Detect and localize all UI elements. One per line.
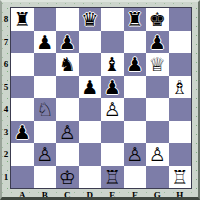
square-g2[interactable]: ♙ [146, 143, 169, 166]
square-a3[interactable]: ♟ [11, 121, 34, 144]
square-c7[interactable]: ♟ [56, 31, 79, 54]
square-g7[interactable]: ♟ [146, 31, 169, 54]
file-label-b: B [34, 189, 57, 200]
square-f4[interactable] [124, 98, 147, 121]
piece-white-knight[interactable]: ♘ [36, 98, 53, 121]
square-c1[interactable]: ♔ [56, 166, 79, 189]
piece-black-pawn[interactable]: ♟ [149, 31, 166, 54]
square-e7[interactable] [101, 31, 124, 54]
square-g5[interactable] [146, 76, 169, 99]
square-b2[interactable]: ♙ [34, 143, 57, 166]
square-h7[interactable] [169, 31, 192, 54]
piece-white-king[interactable]: ♔ [59, 166, 76, 189]
square-a8[interactable]: ♜ [11, 8, 34, 31]
square-c2[interactable] [56, 143, 79, 166]
piece-black-pawn[interactable]: ♟ [59, 31, 76, 54]
square-a4[interactable] [11, 98, 34, 121]
square-b4[interactable]: ♘ [34, 98, 57, 121]
square-b5[interactable] [34, 76, 57, 99]
square-d7[interactable] [79, 31, 102, 54]
piece-black-king[interactable]: ♚ [149, 8, 166, 31]
file-label-g: G [146, 189, 169, 200]
piece-black-bishop[interactable]: ♝ [104, 53, 121, 76]
square-c6[interactable]: ♞ [56, 53, 79, 76]
rank-label-3: 3 [2, 121, 10, 144]
piece-white-pawn[interactable]: ♙ [104, 98, 121, 121]
piece-black-pawn[interactable]: ♟ [126, 53, 143, 76]
square-a5[interactable] [11, 76, 34, 99]
rank-label-1: 1 [2, 166, 10, 189]
piece-black-knight[interactable]: ♞ [59, 53, 76, 76]
piece-black-rook[interactable]: ♜ [14, 8, 31, 31]
file-label-h: H [169, 189, 192, 200]
piece-white-pawn[interactable]: ♙ [149, 143, 166, 166]
square-h8[interactable] [169, 8, 192, 31]
piece-white-bishop[interactable]: ♗ [171, 76, 188, 99]
square-g8[interactable]: ♚ [146, 8, 169, 31]
square-f8[interactable]: ♜ [124, 8, 147, 31]
square-e5[interactable]: ♟ [101, 76, 124, 99]
rank-label-6: 6 [2, 53, 10, 76]
square-g4[interactable] [146, 98, 169, 121]
piece-black-queen[interactable]: ♛ [81, 8, 98, 31]
square-b6[interactable] [34, 53, 57, 76]
piece-black-pawn[interactable]: ♟ [104, 76, 121, 99]
square-g6[interactable]: ♕ [146, 53, 169, 76]
square-h6[interactable] [169, 53, 192, 76]
file-label-a: A [11, 189, 34, 200]
square-f5[interactable] [124, 76, 147, 99]
square-g1[interactable] [146, 166, 169, 189]
piece-black-pawn[interactable]: ♟ [14, 121, 31, 144]
square-d2[interactable] [79, 143, 102, 166]
square-c3[interactable]: ♙ [56, 121, 79, 144]
piece-white-pawn[interactable]: ♙ [36, 143, 53, 166]
rank-label-7: 7 [2, 31, 10, 54]
square-d1[interactable] [79, 166, 102, 189]
square-d3[interactable] [79, 121, 102, 144]
square-d6[interactable] [79, 53, 102, 76]
square-e1[interactable]: ♖ [101, 166, 124, 189]
square-d4[interactable] [79, 98, 102, 121]
square-a1[interactable] [11, 166, 34, 189]
square-e8[interactable] [101, 8, 124, 31]
square-e6[interactable]: ♝ [101, 53, 124, 76]
square-h2[interactable] [169, 143, 192, 166]
square-a6[interactable] [11, 53, 34, 76]
square-h3[interactable] [169, 121, 192, 144]
piece-white-queen[interactable]: ♕ [149, 53, 166, 76]
file-label-d: D [79, 189, 102, 200]
square-f7[interactable] [124, 31, 147, 54]
square-a7[interactable] [11, 31, 34, 54]
square-f1[interactable] [124, 166, 147, 189]
square-f6[interactable]: ♟ [124, 53, 147, 76]
square-b1[interactable] [34, 166, 57, 189]
square-h1[interactable]: ♖ [169, 166, 192, 189]
square-f2[interactable]: ♙ [124, 143, 147, 166]
square-c4[interactable] [56, 98, 79, 121]
square-g3[interactable] [146, 121, 169, 144]
rank-label-2: 2 [2, 143, 10, 166]
piece-black-rook[interactable]: ♜ [126, 8, 143, 31]
square-e3[interactable] [101, 121, 124, 144]
file-label-c: C [56, 189, 79, 200]
rank-label-4: 4 [2, 98, 10, 121]
file-label-f: F [124, 189, 147, 200]
square-h5[interactable]: ♗ [169, 76, 192, 99]
square-h4[interactable] [169, 98, 192, 121]
piece-black-pawn[interactable]: ♟ [36, 31, 53, 54]
square-a2[interactable] [11, 143, 34, 166]
piece-white-pawn[interactable]: ♙ [126, 143, 143, 166]
piece-white-rook[interactable]: ♖ [104, 166, 121, 189]
piece-black-pawn[interactable]: ♟ [81, 76, 98, 99]
square-e4[interactable]: ♙ [101, 98, 124, 121]
square-e2[interactable] [101, 143, 124, 166]
square-c5[interactable] [56, 76, 79, 99]
square-c8[interactable] [56, 8, 79, 31]
square-d8[interactable]: ♛ [79, 8, 102, 31]
rank-label-8: 8 [2, 8, 10, 31]
chess-board: ♜♛♜♚♟♟♟♞♝♟♕♟♟♗♘♙♟♙♙♙♙♔♖♖ [10, 7, 192, 189]
piece-white-rook[interactable]: ♖ [171, 166, 188, 189]
rank-label-5: 5 [2, 76, 10, 99]
piece-white-pawn[interactable]: ♙ [59, 121, 76, 144]
square-b3[interactable] [34, 121, 57, 144]
square-f3[interactable] [124, 121, 147, 144]
square-b8[interactable] [34, 8, 57, 31]
board-frame: ♜♛♜♚♟♟♟♞♝♟♕♟♟♗♘♙♟♙♙♙♙♔♖♖ 87654321 ABCDEF… [0, 0, 200, 200]
file-label-e: E [101, 189, 124, 200]
square-d5[interactable]: ♟ [79, 76, 102, 99]
square-b7[interactable]: ♟ [34, 31, 57, 54]
